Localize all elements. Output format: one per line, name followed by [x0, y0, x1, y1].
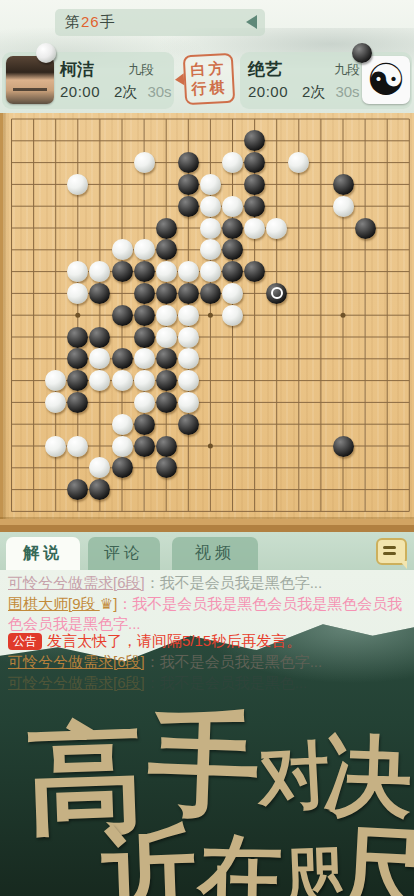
stone-black — [178, 174, 199, 195]
player-card-left[interactable]: 柯洁 九段 20:002次30s — [2, 52, 174, 109]
stone-black — [156, 370, 177, 391]
tab-video[interactable]: 视频 — [172, 537, 258, 570]
stone-black — [178, 152, 199, 173]
stone-white — [178, 392, 199, 413]
tab-comments[interactable]: 评论 — [88, 537, 160, 570]
chat-message: 可怜兮兮做需求[6段]：我不是会员我是黑色字... — [8, 652, 410, 672]
white-stone-badge — [36, 43, 56, 63]
stone-white — [200, 261, 221, 282]
black-stone-badge — [352, 43, 372, 63]
stone-black — [156, 348, 177, 369]
calligraphy-char: 手 — [146, 706, 262, 822]
stone-white — [134, 348, 155, 369]
stone-white — [112, 436, 133, 457]
avatar-kejie — [6, 56, 54, 104]
stone-black — [178, 283, 199, 304]
go-board[interactable] — [0, 113, 414, 532]
stone-white — [112, 370, 133, 391]
stone-white — [45, 436, 66, 457]
announcement-badge: 公告 — [8, 633, 42, 650]
stone-white — [178, 261, 199, 282]
chat-message: 围棋大师[9段 ♛]：我不是会员我是黑色会员我是黑色会员我色会员我是黑色字... — [8, 594, 410, 634]
stone-white — [222, 305, 243, 326]
stone-black — [156, 457, 177, 478]
stone-white — [134, 392, 155, 413]
chat-bubble-icon[interactable] — [376, 538, 407, 565]
previous-move-icon[interactable] — [246, 15, 257, 29]
stone-black — [333, 436, 354, 457]
stone-black — [200, 283, 221, 304]
player-name-right: 绝艺 — [248, 58, 282, 81]
stone-black — [134, 305, 155, 326]
stone-white — [222, 283, 243, 304]
stone-black — [156, 239, 177, 260]
stone-white — [222, 152, 243, 173]
calligraphy-char: 对 — [256, 738, 332, 814]
player-rank-left: 九段 — [128, 61, 154, 79]
avatar-jueyi: ☯ — [362, 56, 410, 104]
stone-white — [112, 239, 133, 260]
stone-white — [200, 196, 221, 217]
stone-black — [134, 436, 155, 457]
stone-white — [134, 239, 155, 260]
stone-white — [200, 174, 221, 195]
player-clock-right: 20:002次30s — [248, 83, 360, 102]
stone-white — [178, 327, 199, 348]
stone-white — [333, 196, 354, 217]
stone-black — [89, 327, 110, 348]
stone-black — [333, 174, 354, 195]
stone-white — [222, 196, 243, 217]
stone-black — [112, 305, 133, 326]
stone-black — [222, 261, 243, 282]
stone-white — [67, 436, 88, 457]
stone-black — [112, 261, 133, 282]
stone-black — [156, 392, 177, 413]
stone-black — [134, 283, 155, 304]
calligraphy-char: 尺 — [334, 822, 414, 896]
calligraphy-char: 决 — [322, 730, 413, 821]
player-clock-left: 20:002次30s — [60, 83, 172, 102]
player-rank-right: 九段 — [334, 61, 360, 79]
stone-white — [134, 370, 155, 391]
stone-black — [134, 261, 155, 282]
turn-arrow-icon — [175, 73, 185, 85]
turn-indicator-seal: 白方 行棋 — [183, 53, 236, 106]
crown-icon: ♛ — [100, 595, 113, 612]
stone-black — [178, 414, 199, 435]
stone-white — [200, 218, 221, 239]
stone-black — [134, 414, 155, 435]
match-header: 第26手 柯洁 九段 20:002次30s 白方 行棋 绝艺 九段 20:002… — [0, 0, 414, 113]
stone-black — [266, 283, 287, 304]
stone-white — [156, 305, 177, 326]
chat-and-banner-section: 高 手 对 决 近 在 咫 尺 可怜兮兮做需求[6段]：我不是会员我是黑色字..… — [0, 570, 414, 896]
announcement-message: 公告发言太快了，请间隔5/15秒后再发言。 — [8, 631, 410, 651]
stone-white — [45, 392, 66, 413]
stone-black — [156, 283, 177, 304]
yin-yang-icon: ☯ — [366, 58, 405, 102]
stone-white — [178, 370, 199, 391]
move-counter-bar: 第26手 — [55, 9, 265, 36]
stone-black — [112, 348, 133, 369]
stone-black — [134, 327, 155, 348]
stone-black — [112, 457, 133, 478]
board-edge-bottom — [0, 517, 414, 532]
stone-black — [355, 218, 376, 239]
calligraphy-char: 在 — [197, 831, 284, 896]
move-counter-label: 第26手 — [65, 13, 116, 32]
player-name-left: 柯洁 — [60, 58, 94, 81]
stone-black — [178, 196, 199, 217]
tab-bar: 解说 评论 视频 — [0, 532, 414, 570]
stone-white — [156, 327, 177, 348]
tab-commentary[interactable]: 解说 — [6, 537, 80, 570]
stone-black — [244, 174, 265, 195]
stone-white — [178, 348, 199, 369]
chat-message-faded: 可怜兮兮做需求[6段]：我不是会员我是黑色... — [8, 673, 410, 693]
calligraphy-char: 近 — [98, 820, 203, 896]
stone-white — [112, 414, 133, 435]
stone-black — [222, 218, 243, 239]
stone-white — [134, 152, 155, 173]
stone-white — [156, 261, 177, 282]
avatar-glasses-detail — [13, 80, 47, 91]
player-card-right[interactable]: 绝艺 九段 20:002次30s ☯ — [240, 52, 412, 109]
stone-white — [244, 218, 265, 239]
stone-black — [156, 218, 177, 239]
board-edge-left — [0, 113, 7, 532]
stone-white — [266, 218, 287, 239]
last-move-marker — [271, 287, 283, 299]
stone-white — [178, 305, 199, 326]
chat-message: 可怜兮兮做需求[6段]：我不是会员我是黑色字... — [8, 573, 410, 593]
stone-black — [156, 436, 177, 457]
stone-black — [67, 327, 88, 348]
stone-black — [244, 196, 265, 217]
